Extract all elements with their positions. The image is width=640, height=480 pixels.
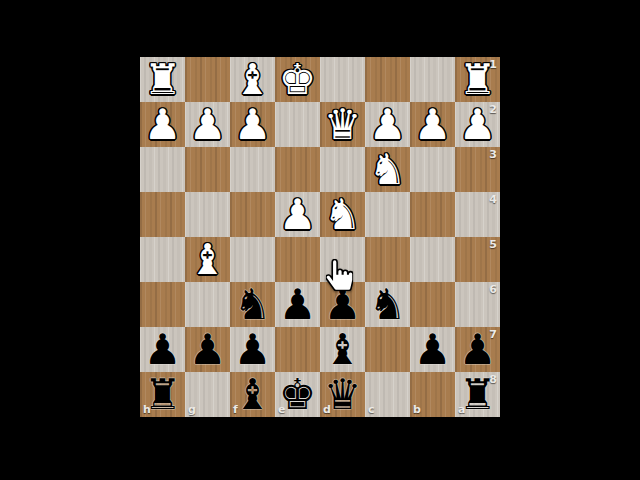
square-f7[interactable]: ♟ [230, 327, 275, 372]
square-g1[interactable] [185, 57, 230, 102]
square-b8[interactable]: b [410, 372, 455, 417]
square-c4[interactable] [365, 192, 410, 237]
square-c8[interactable]: c [365, 372, 410, 417]
rank-label: 6 [489, 283, 497, 296]
square-d5[interactable] [320, 237, 365, 282]
square-d7[interactable]: ♝ [320, 327, 365, 372]
square-b7[interactable]: ♟ [410, 327, 455, 372]
square-e4[interactable]: ♟ [275, 192, 320, 237]
square-h1[interactable]: ♜ [140, 57, 185, 102]
square-h7[interactable]: ♟ [140, 327, 185, 372]
piece-black-bishop[interactable]: ♝ [234, 372, 272, 417]
square-f8[interactable]: ♝f [230, 372, 275, 417]
square-h6[interactable] [140, 282, 185, 327]
piece-white-rook[interactable]: ♜ [144, 57, 182, 102]
square-g5[interactable]: ♝ [185, 237, 230, 282]
square-h2[interactable]: ♟ [140, 102, 185, 147]
square-h3[interactable] [140, 147, 185, 192]
piece-white-knight[interactable]: ♞ [324, 192, 362, 237]
square-g7[interactable]: ♟ [185, 327, 230, 372]
square-a1[interactable]: ♜1 [455, 57, 500, 102]
square-d8[interactable]: ♛d [320, 372, 365, 417]
square-a2[interactable]: ♟2 [455, 102, 500, 147]
piece-black-rook[interactable]: ♜ [144, 372, 182, 417]
square-a4[interactable]: 4 [455, 192, 500, 237]
square-a5[interactable]: 5 [455, 237, 500, 282]
rank-label: 3 [489, 148, 497, 161]
square-g2[interactable]: ♟ [185, 102, 230, 147]
piece-white-queen[interactable]: ♛ [324, 102, 362, 147]
piece-white-pawn[interactable]: ♟ [189, 102, 227, 147]
square-b1[interactable] [410, 57, 455, 102]
square-b3[interactable] [410, 147, 455, 192]
piece-white-king[interactable]: ♚ [279, 57, 317, 102]
square-g3[interactable] [185, 147, 230, 192]
square-g8[interactable]: g [185, 372, 230, 417]
piece-white-bishop[interactable]: ♝ [189, 237, 227, 282]
piece-black-pawn[interactable]: ♟ [279, 282, 317, 327]
piece-white-knight[interactable]: ♞ [369, 147, 407, 192]
square-a8[interactable]: ♜8a [455, 372, 500, 417]
square-d2[interactable]: ♛ [320, 102, 365, 147]
square-c2[interactable]: ♟ [365, 102, 410, 147]
square-b2[interactable]: ♟ [410, 102, 455, 147]
square-d3[interactable] [320, 147, 365, 192]
square-b4[interactable] [410, 192, 455, 237]
piece-black-pawn[interactable]: ♟ [324, 282, 362, 327]
square-e5[interactable] [275, 237, 320, 282]
square-e1[interactable]: ♚ [275, 57, 320, 102]
piece-white-pawn[interactable]: ♟ [279, 192, 317, 237]
square-e3[interactable] [275, 147, 320, 192]
square-c1[interactable] [365, 57, 410, 102]
piece-white-pawn[interactable]: ♟ [144, 102, 182, 147]
square-b6[interactable] [410, 282, 455, 327]
square-a3[interactable]: 3 [455, 147, 500, 192]
chess-board: ♜♝♚♜1♟♟♟♛♟♟♟2♞3♟♞4♝5♞♟♟♞6♟♟♟♝♟♟7♜hg♝f♚e♛… [140, 57, 500, 417]
rank-label: 4 [489, 193, 497, 206]
rank-label: 5 [489, 238, 497, 251]
square-f3[interactable] [230, 147, 275, 192]
square-e6[interactable]: ♟ [275, 282, 320, 327]
piece-white-bishop[interactable]: ♝ [234, 57, 272, 102]
piece-white-pawn[interactable]: ♟ [414, 102, 452, 147]
square-h5[interactable] [140, 237, 185, 282]
square-c5[interactable] [365, 237, 410, 282]
square-g4[interactable] [185, 192, 230, 237]
square-b5[interactable] [410, 237, 455, 282]
file-label: c [368, 403, 375, 416]
square-h8[interactable]: ♜h [140, 372, 185, 417]
square-f5[interactable] [230, 237, 275, 282]
square-e7[interactable] [275, 327, 320, 372]
piece-black-pawn[interactable]: ♟ [414, 327, 452, 372]
square-a7[interactable]: ♟7 [455, 327, 500, 372]
piece-black-rook[interactable]: ♜ [459, 372, 497, 417]
square-a6[interactable]: 6 [455, 282, 500, 327]
square-c7[interactable] [365, 327, 410, 372]
square-c6[interactable]: ♞ [365, 282, 410, 327]
square-f2[interactable]: ♟ [230, 102, 275, 147]
piece-black-knight[interactable]: ♞ [234, 282, 272, 327]
square-d4[interactable]: ♞ [320, 192, 365, 237]
square-f1[interactable]: ♝ [230, 57, 275, 102]
piece-white-pawn[interactable]: ♟ [234, 102, 272, 147]
piece-black-pawn[interactable]: ♟ [234, 327, 272, 372]
square-d1[interactable] [320, 57, 365, 102]
file-label: g [188, 403, 196, 416]
piece-white-pawn[interactable]: ♟ [369, 102, 407, 147]
piece-black-king[interactable]: ♚ [279, 372, 317, 417]
piece-black-pawn[interactable]: ♟ [189, 327, 227, 372]
video-frame-background: ♜♝♚♜1♟♟♟♛♟♟♟2♞3♟♞4♝5♞♟♟♞6♟♟♟♝♟♟7♜hg♝f♚e♛… [0, 0, 640, 480]
piece-black-knight[interactable]: ♞ [369, 282, 407, 327]
file-label: b [413, 403, 421, 416]
square-e2[interactable] [275, 102, 320, 147]
piece-black-pawn[interactable]: ♟ [144, 327, 182, 372]
piece-white-rook[interactable]: ♜ [459, 57, 497, 102]
piece-black-queen[interactable]: ♛ [324, 372, 362, 417]
piece-white-pawn[interactable]: ♟ [459, 102, 497, 147]
piece-black-pawn[interactable]: ♟ [459, 327, 497, 372]
square-g6[interactable] [185, 282, 230, 327]
square-c3[interactable]: ♞ [365, 147, 410, 192]
square-h4[interactable] [140, 192, 185, 237]
square-e8[interactable]: ♚e [275, 372, 320, 417]
square-f6[interactable]: ♞ [230, 282, 275, 327]
square-d6[interactable]: ♟ [320, 282, 365, 327]
square-f4[interactable] [230, 192, 275, 237]
piece-black-bishop[interactable]: ♝ [324, 327, 362, 372]
